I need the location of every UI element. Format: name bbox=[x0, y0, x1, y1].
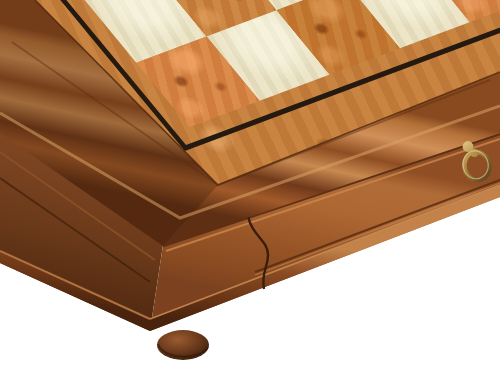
drawer-ring-pull[interactable] bbox=[460, 141, 493, 183]
chessboard-corner-photo bbox=[0, 0, 500, 375]
rim-left-shading bbox=[0, 0, 218, 246]
case-rim-and-hardware bbox=[0, 0, 500, 375]
